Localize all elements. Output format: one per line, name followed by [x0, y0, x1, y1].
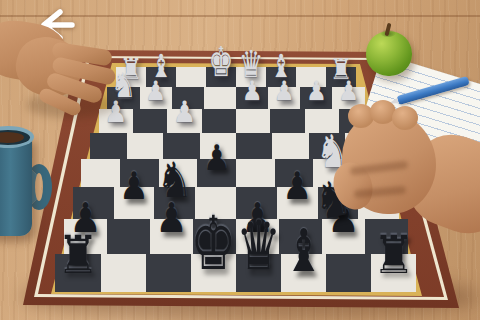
square-g3[interactable]	[133, 109, 167, 133]
square-c4[interactable]	[272, 133, 308, 159]
square-b8[interactable]	[326, 254, 371, 292]
square-d4[interactable]	[236, 133, 272, 159]
square-d5[interactable]	[236, 159, 275, 187]
square-e2[interactable]	[204, 87, 236, 109]
square-c3[interactable]	[270, 109, 304, 133]
piece-white-pawn[interactable]: ♟	[274, 77, 295, 104]
piece-black-queen[interactable]: ♛	[236, 213, 281, 281]
piece-black-pawn[interactable]: ♟	[282, 167, 312, 205]
blue-mug	[0, 124, 48, 240]
piece-white-pawn[interactable]: ♟	[145, 77, 166, 104]
piece-black-pawn[interactable]: ♟	[203, 140, 231, 175]
piece-black-rook[interactable]: ♜	[57, 229, 100, 281]
piece-white-king[interactable]: ♚	[208, 42, 233, 83]
mug-body	[0, 136, 32, 236]
square-h5[interactable]	[81, 159, 120, 187]
green-apple	[366, 31, 412, 76]
piece-black-pawn[interactable]: ♟	[156, 197, 188, 238]
chess-app-scene: ♜♝♛♚♝♜♟♟♟♟♟♞♟♟♞♟♟♞♟♟♟♟♟♜♝♛♚♜ ♞	[0, 0, 480, 320]
square-f1[interactable]	[176, 67, 206, 87]
square-h4[interactable]	[90, 133, 126, 159]
knuckle	[392, 106, 418, 130]
piece-black-pawn[interactable]: ♟	[119, 167, 149, 205]
left-hand	[0, 8, 132, 126]
square-d3[interactable]	[236, 109, 270, 133]
square-g8[interactable]	[101, 254, 146, 292]
piece-black-king[interactable]: ♚	[190, 206, 236, 281]
square-f8[interactable]	[146, 254, 191, 292]
right-hand-holding-piece	[318, 98, 480, 243]
piece-white-pawn[interactable]: ♟	[173, 97, 196, 127]
piece-white-pawn[interactable]: ♟	[242, 77, 263, 104]
square-e3[interactable]	[202, 109, 236, 133]
square-g7[interactable]	[107, 219, 150, 254]
